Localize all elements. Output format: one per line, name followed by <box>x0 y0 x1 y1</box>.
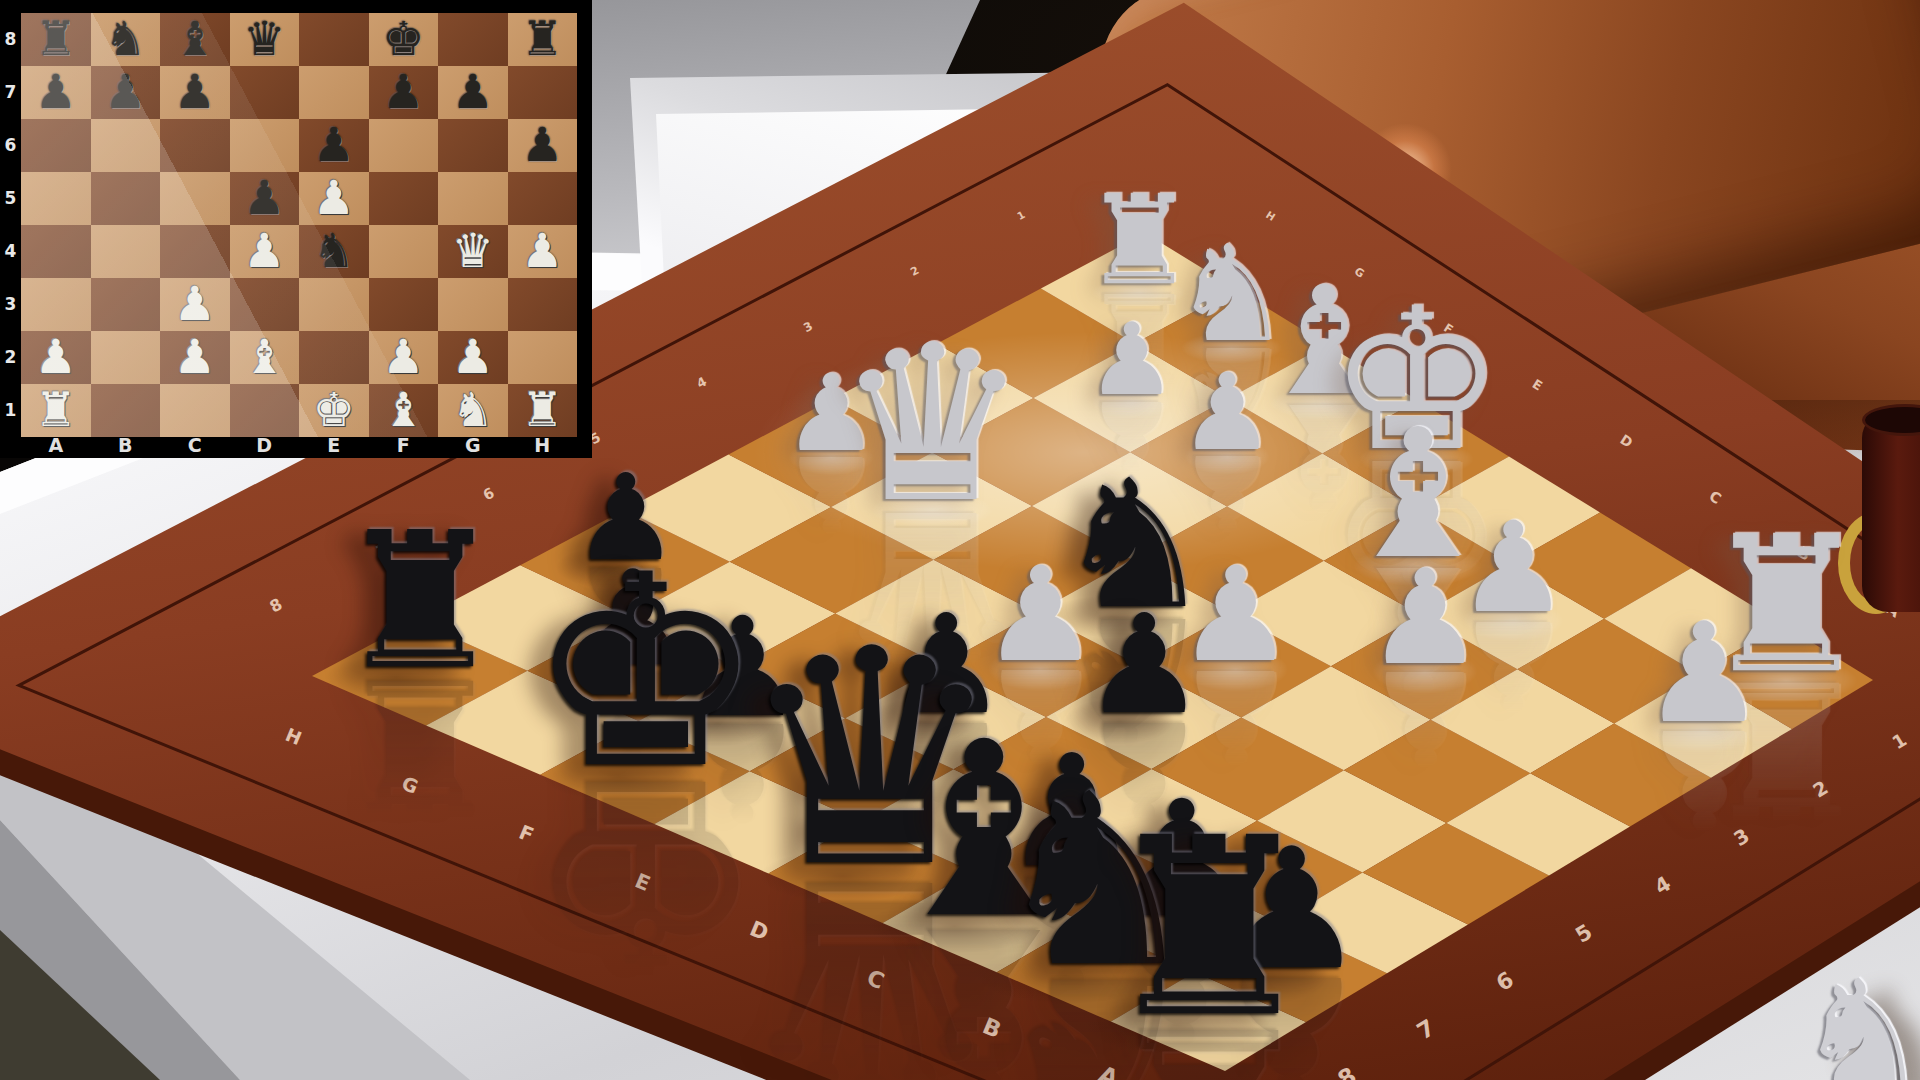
minimap-square-f1[interactable]: ♝ <box>369 384 439 437</box>
piece3d-white-p-c3[interactable]: ♟♟ <box>1359 552 1490 683</box>
minimap-square-a4[interactable] <box>21 225 91 278</box>
minimap-rank-label: 8 <box>0 13 21 66</box>
minimap-square-g3[interactable] <box>438 278 508 331</box>
minimap-square-g6[interactable] <box>438 119 508 172</box>
minimap-square-a7[interactable]: ♟ <box>21 66 91 119</box>
minimap-piece-black-p[interactable]: ♟ <box>508 119 578 172</box>
minimap-square-d5[interactable]: ♟ <box>230 172 300 225</box>
minimap-square-b1[interactable] <box>91 384 161 437</box>
minimap-piece-white-p[interactable]: ♟ <box>369 331 439 384</box>
minimap-rank-label: 1 <box>0 384 21 437</box>
minimap-rank-labels: 87654321 <box>0 13 21 437</box>
minimap-square-e7[interactable] <box>299 66 369 119</box>
minimap-rank-label: 6 <box>0 119 21 172</box>
minimap-piece-black-p[interactable]: ♟ <box>160 66 230 119</box>
minimap-piece-white-n[interactable]: ♞ <box>438 384 508 437</box>
minimap-piece-white-p[interactable]: ♟ <box>438 331 508 384</box>
minimap-square-c6[interactable] <box>160 119 230 172</box>
minimap-square-c2[interactable]: ♟ <box>160 331 230 384</box>
minimap-piece-white-r[interactable]: ♜ <box>508 384 578 437</box>
minimap-file-label: A <box>21 433 91 458</box>
minimap-square-b7[interactable]: ♟ <box>91 66 161 119</box>
minimap-square-a2[interactable]: ♟ <box>21 331 91 384</box>
minimap-piece-white-p[interactable]: ♟ <box>160 278 230 331</box>
minimap-square-a6[interactable] <box>21 119 91 172</box>
minimap-square-b2[interactable] <box>91 331 161 384</box>
minimap-square-h3[interactable] <box>508 278 578 331</box>
minimap-square-d2[interactable]: ♝ <box>230 331 300 384</box>
minimap-square-c8[interactable]: ♝ <box>160 13 230 66</box>
minimap-piece-black-p[interactable]: ♟ <box>369 66 439 119</box>
minimap-file-label: H <box>508 433 578 458</box>
minimap-square-f8[interactable]: ♚ <box>369 13 439 66</box>
minimap-square-c1[interactable] <box>160 384 230 437</box>
minimap-rank-label: 4 <box>0 225 21 278</box>
minimap-square-h7[interactable] <box>508 66 578 119</box>
scene: HHGGFFEEDDCCBBAA8877665544332211 ♜♜♞♞♝♝♛… <box>0 0 1920 1080</box>
minimap-square-e5[interactable]: ♟ <box>299 172 369 225</box>
minimap-rank-label: 5 <box>0 172 21 225</box>
minimap-square-e3[interactable] <box>299 278 369 331</box>
minimap-file-label: B <box>91 433 161 458</box>
minimap-piece-white-q[interactable]: ♛ <box>438 225 508 278</box>
minimap-board: ♜♞♝♛♚♜♟♟♟♟♟♟♟♟♟♟♞♛♟♟♟♟♝♟♟♜♚♝♞♜ 87654321 … <box>0 0 592 458</box>
minimap-piece-black-r[interactable]: ♜ <box>21 13 91 66</box>
minimap-square-g4[interactable]: ♛ <box>438 225 508 278</box>
minimap-square-e2[interactable] <box>299 331 369 384</box>
minimap-rank-label: 2 <box>0 331 21 384</box>
minimap-file-label: F <box>369 433 439 458</box>
minimap-square-g7[interactable]: ♟ <box>438 66 508 119</box>
minimap-square-h2[interactable] <box>508 331 578 384</box>
minimap-square-f6[interactable] <box>369 119 439 172</box>
minimap-piece-black-r[interactable]: ♜ <box>508 13 578 66</box>
minimap-square-h6[interactable]: ♟ <box>508 119 578 172</box>
minimap-square-g5[interactable] <box>438 172 508 225</box>
minimap-piece-white-p[interactable]: ♟ <box>299 172 369 225</box>
minimap-square-d4[interactable]: ♟ <box>230 225 300 278</box>
minimap-square-f5[interactable] <box>369 172 439 225</box>
minimap-file-label: C <box>160 433 230 458</box>
piece3d-white-p-g2[interactable]: ♟♟ <box>1082 310 1182 410</box>
minimap-square-g8[interactable] <box>438 13 508 66</box>
minimap-piece-black-n[interactable]: ♞ <box>299 225 369 278</box>
minimap-square-b4[interactable] <box>91 225 161 278</box>
piece3d-black-r-h8[interactable]: ♜♜ <box>327 508 515 696</box>
minimap-piece-white-r[interactable]: ♜ <box>21 384 91 437</box>
minimap-piece-white-p[interactable]: ♟ <box>21 331 91 384</box>
minimap-piece-black-p[interactable]: ♟ <box>21 66 91 119</box>
minimap-square-a1[interactable]: ♜ <box>21 384 91 437</box>
minimap-square-b8[interactable]: ♞ <box>91 13 161 66</box>
minimap-piece-black-p[interactable]: ♟ <box>230 172 300 225</box>
minimap-rank-label: 3 <box>0 278 21 331</box>
minimap-square-d1[interactable] <box>230 384 300 437</box>
minimap-square-b6[interactable] <box>91 119 161 172</box>
minimap-square-c5[interactable] <box>160 172 230 225</box>
minimap-piece-white-p[interactable]: ♟ <box>230 225 300 278</box>
minimap-square-e1[interactable]: ♚ <box>299 384 369 437</box>
minimap-square-a8[interactable]: ♜ <box>21 13 91 66</box>
minimap-square-c7[interactable]: ♟ <box>160 66 230 119</box>
minimap-square-g2[interactable]: ♟ <box>438 331 508 384</box>
minimap-square-h5[interactable] <box>508 172 578 225</box>
piece3d-white-p-a2[interactable]: ♟♟ <box>1635 605 1773 743</box>
piece3d-black-r-a8[interactable]: ♜♜ <box>1087 806 1332 1051</box>
minimap-file-labels: ABCDEFGH <box>21 433 577 458</box>
minimap-square-e6[interactable]: ♟ <box>299 119 369 172</box>
minimap-piece-black-p[interactable]: ♟ <box>91 66 161 119</box>
minimap-square-e8[interactable] <box>299 13 369 66</box>
minimap-piece-black-b[interactable]: ♝ <box>160 13 230 66</box>
minimap-piece-white-k[interactable]: ♚ <box>299 384 369 437</box>
minimap-piece-black-q[interactable]: ♛ <box>230 13 300 66</box>
minimap-square-d8[interactable]: ♛ <box>230 13 300 66</box>
minimap-piece-white-b[interactable]: ♝ <box>369 384 439 437</box>
minimap-piece-white-p[interactable]: ♟ <box>508 225 578 278</box>
minimap-square-e4[interactable]: ♞ <box>299 225 369 278</box>
minimap-piece-white-p[interactable]: ♟ <box>160 331 230 384</box>
minimap-piece-black-p[interactable]: ♟ <box>438 66 508 119</box>
minimap-file-label: D <box>230 433 300 458</box>
minimap-square-d3[interactable] <box>230 278 300 331</box>
piece3d-white-q-g4[interactable]: ♛♛ <box>824 316 1040 532</box>
minimap-rank-label: 7 <box>0 66 21 119</box>
minimap-square-b3[interactable] <box>91 278 161 331</box>
minimap-square-f3[interactable] <box>369 278 439 331</box>
minimap-file-label: E <box>299 433 369 458</box>
minimap-square-d6[interactable] <box>230 119 300 172</box>
minimap-square-c4[interactable] <box>160 225 230 278</box>
minimap-grid: ♜♞♝♛♚♜♟♟♟♟♟♟♟♟♟♟♞♛♟♟♟♟♝♟♟♜♚♝♞♜ <box>21 13 577 437</box>
minimap-square-f7[interactable]: ♟ <box>369 66 439 119</box>
minimap-file-label: G <box>438 433 508 458</box>
minimap-square-f4[interactable] <box>369 225 439 278</box>
minimap-square-a5[interactable] <box>21 172 91 225</box>
minimap-square-a3[interactable] <box>21 278 91 331</box>
minimap-square-h8[interactable]: ♜ <box>508 13 578 66</box>
minimap-square-h1[interactable]: ♜ <box>508 384 578 437</box>
minimap-square-h4[interactable]: ♟ <box>508 225 578 278</box>
minimap-piece-black-p[interactable]: ♟ <box>299 119 369 172</box>
minimap-piece-black-k[interactable]: ♚ <box>369 13 439 66</box>
minimap-square-c3[interactable]: ♟ <box>160 278 230 331</box>
minimap-square-d7[interactable] <box>230 66 300 119</box>
minimap-piece-black-n[interactable]: ♞ <box>91 13 161 66</box>
minimap-square-b5[interactable] <box>91 172 161 225</box>
minimap-square-g1[interactable]: ♞ <box>438 384 508 437</box>
minimap-piece-white-b[interactable]: ♝ <box>230 331 300 384</box>
minimap-square-f2[interactable]: ♟ <box>369 331 439 384</box>
captured-white-knight[interactable]: ♞ <box>1788 960 1920 1080</box>
